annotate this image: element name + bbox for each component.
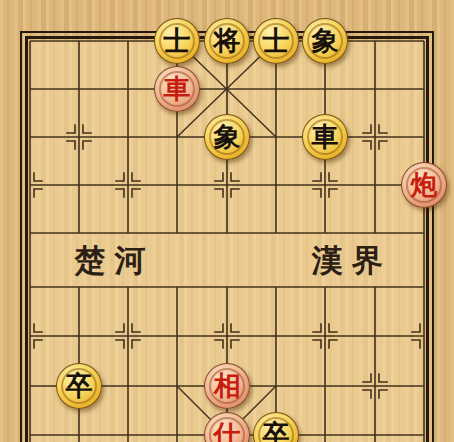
piece-red-elephant[interactable]: 相 xyxy=(204,363,250,409)
piece-char: 卒 xyxy=(66,373,93,400)
piece-red-chariot[interactable]: 車 xyxy=(154,66,200,112)
piece-red-cannon[interactable]: 炮 xyxy=(401,162,447,208)
piece-char: 士 xyxy=(263,28,290,55)
xiangqi-board: 楚河 漢界 士将士象車象車炮卒相仕卒 xyxy=(0,0,454,442)
piece-black-advisor[interactable]: 士 xyxy=(253,18,299,64)
river-label-left: 楚河 xyxy=(66,240,155,282)
piece-black-advisor[interactable]: 士 xyxy=(154,18,200,64)
piece-char: 炮 xyxy=(411,172,438,199)
piece-black-chariot[interactable]: 車 xyxy=(302,114,348,160)
piece-black-elephant[interactable]: 象 xyxy=(302,18,348,64)
piece-char: 士 xyxy=(164,28,191,55)
piece-black-soldier[interactable]: 卒 xyxy=(56,363,102,409)
piece-char: 仕 xyxy=(214,422,241,442)
piece-char: 将 xyxy=(214,28,241,55)
river-label-right: 漢界 xyxy=(303,240,392,282)
piece-char: 車 xyxy=(312,124,339,151)
piece-char: 卒 xyxy=(263,422,290,442)
piece-char: 象 xyxy=(312,28,339,55)
piece-char: 相 xyxy=(214,373,241,400)
piece-black-elephant[interactable]: 象 xyxy=(204,114,250,160)
piece-char: 車 xyxy=(164,76,191,103)
piece-char: 象 xyxy=(214,124,241,151)
piece-black-general[interactable]: 将 xyxy=(204,18,250,64)
